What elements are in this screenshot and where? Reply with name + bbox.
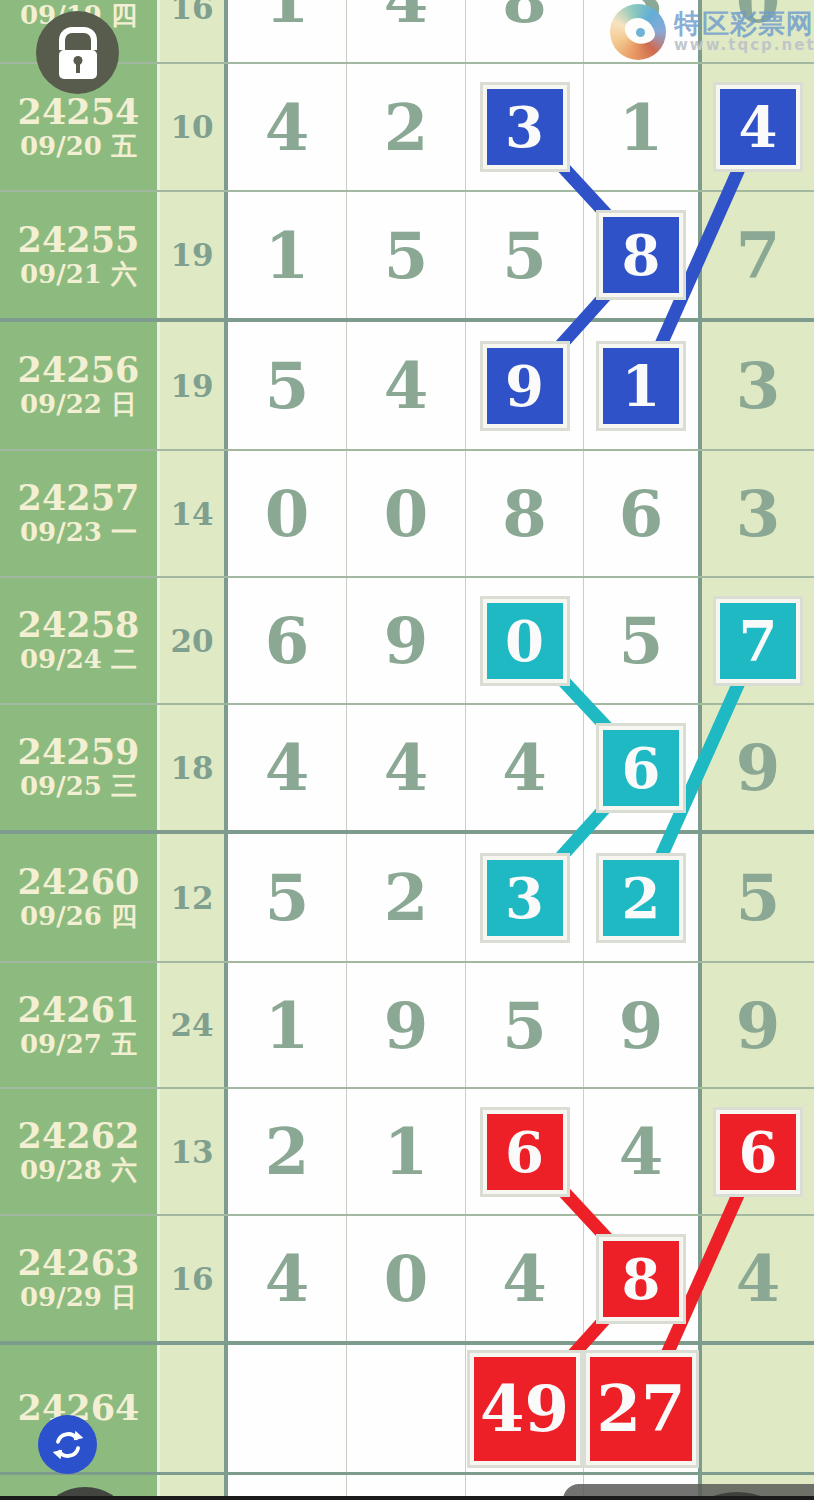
- draw-date: 09/29 日: [20, 1284, 137, 1311]
- digit-cell: 1: [347, 1089, 466, 1214]
- digit-cell-highlighted: 8: [584, 1216, 702, 1341]
- table-row: 24254 09/20 五 10 4 2 3 1 4: [0, 62, 814, 190]
- digit-cell: 9: [702, 705, 814, 830]
- period-cell: 24257 09/23 一: [0, 451, 160, 576]
- sum-cell: 10: [160, 64, 228, 190]
- digit-cell: 9: [347, 578, 466, 703]
- digit-cell: 5: [466, 963, 584, 1087]
- digit-cell-highlighted: 49: [466, 1345, 584, 1472]
- swirl-logo-icon: [610, 4, 666, 60]
- highlight-box: 9: [483, 344, 567, 428]
- draw-date: 09/23 一: [20, 519, 137, 546]
- digit-cell: 4: [466, 705, 584, 830]
- digit-cell: 9: [347, 963, 466, 1087]
- digit-cell: 5: [228, 322, 347, 449]
- refresh-button[interactable]: [38, 1415, 97, 1474]
- digit-cell: 4: [702, 1216, 814, 1341]
- digit-cell-highlighted: 8: [584, 192, 702, 318]
- digit-cell: 4: [228, 705, 347, 830]
- period-cell: 24255 09/21 六: [0, 192, 160, 318]
- table-row: 24264 49 27: [0, 1341, 814, 1472]
- highlight-box: 6: [483, 1110, 567, 1194]
- digit-cell: 0: [347, 1216, 466, 1341]
- highlight-box: 8: [599, 1237, 683, 1321]
- period-cell: 24258 09/24 二: [0, 578, 160, 703]
- draw-number: 24255: [18, 222, 140, 259]
- digit-cell: 5: [584, 578, 702, 703]
- site-url: www.tqcp.net: [674, 38, 814, 54]
- draw-number: 24256: [18, 352, 140, 389]
- draw-number: 24259: [18, 734, 140, 771]
- digit-cell: 1: [228, 192, 347, 318]
- highlight-box: 6: [599, 726, 683, 810]
- sum-cell: 16: [160, 0, 228, 62]
- lock-button[interactable]: [36, 11, 119, 94]
- highlight-box: 3: [483, 85, 567, 169]
- highlight-box: 7: [716, 599, 800, 683]
- digit-cell: 7: [702, 192, 814, 318]
- sum-cell: 20: [160, 578, 228, 703]
- digit-cell: 1: [228, 0, 347, 62]
- table-row: 24255 09/21 六 19 1 5 5 8 7: [0, 190, 814, 318]
- draw-date: 09/22 日: [20, 391, 137, 418]
- draw-number: 24263: [18, 1245, 140, 1282]
- highlight-box: 2: [599, 856, 683, 940]
- digit-cell: [347, 1345, 466, 1472]
- digit-cell-highlighted: 0: [466, 578, 584, 703]
- lottery-trend-chart: 09/19 四 16 1 4 8 3 0 24254 09/20 五 10 4 …: [0, 0, 814, 1500]
- highlight-box: 4: [716, 85, 800, 169]
- digit-cell: 0: [228, 451, 347, 576]
- draw-date: 09/26 四: [20, 903, 137, 930]
- digit-cell: 6: [584, 451, 702, 576]
- period-cell: 24262 09/28 六: [0, 1089, 160, 1214]
- digit-cell: [702, 1345, 814, 1472]
- sum-cell: 24: [160, 963, 228, 1087]
- period-cell: 24260 09/26 四: [0, 834, 160, 961]
- draw-date: 09/28 六: [20, 1157, 137, 1184]
- digit-cell: 2: [347, 64, 466, 190]
- digit-cell: 4: [584, 1089, 702, 1214]
- draw-date: 09/21 六: [20, 261, 137, 288]
- table-row: 24263 09/29 日 16 4 0 4 8 4: [0, 1214, 814, 1341]
- digit-cell: 3: [702, 322, 814, 449]
- draw-number: 24257: [18, 480, 140, 517]
- digit-cell-highlighted: 6: [702, 1089, 814, 1214]
- digit-cell: 8: [466, 0, 584, 62]
- sum-cell: 12: [160, 834, 228, 961]
- highlight-box: 8: [599, 213, 683, 297]
- digit-cell: 4: [347, 322, 466, 449]
- site-name: 特区彩票网: [674, 10, 814, 38]
- draw-number: 24254: [18, 94, 140, 131]
- table-row: 24256 09/22 日 19 5 4 9 1 3: [0, 318, 814, 449]
- digit-cell: 4: [466, 1216, 584, 1341]
- draw-number: 24258: [18, 607, 140, 644]
- digit-cell-highlighted: 9: [466, 322, 584, 449]
- period-cell: 24259 09/25 三: [0, 705, 160, 830]
- digit-cell-highlighted: 6: [466, 1089, 584, 1214]
- highlight-box: 27: [586, 1353, 696, 1465]
- digit-cell-highlighted: 1: [584, 322, 702, 449]
- sum-cell: 19: [160, 322, 228, 449]
- table-row: 24260 09/26 四 12 5 2 3 2 5: [0, 830, 814, 961]
- highlight-box: 1: [599, 344, 683, 428]
- digit-cell-highlighted: 6: [584, 705, 702, 830]
- draw-date: 09/27 五: [20, 1031, 137, 1058]
- digit-cell: 8: [466, 451, 584, 576]
- digit-cell: [228, 1345, 347, 1472]
- digit-cell: 4: [347, 705, 466, 830]
- highlight-box: 49: [470, 1353, 580, 1465]
- highlight-box: 3: [483, 856, 567, 940]
- draw-date: 09/25 三: [20, 773, 137, 800]
- draw-date: 09/24 二: [20, 646, 137, 673]
- lock-icon: [59, 27, 97, 50]
- draw-number: 24262: [18, 1118, 140, 1155]
- digit-cell: 5: [347, 192, 466, 318]
- digit-cell: 0: [347, 451, 466, 576]
- digit-cell: 3: [702, 451, 814, 576]
- sum-cell: 18: [160, 705, 228, 830]
- digit-cell: 5: [702, 834, 814, 961]
- refresh-icon: [50, 1427, 86, 1463]
- digit-cell: 2: [228, 1089, 347, 1214]
- digit-cell-highlighted: 2: [584, 834, 702, 961]
- digit-cell-highlighted: 7: [702, 578, 814, 703]
- digit-cell-highlighted: 27: [584, 1345, 702, 1472]
- table-row: 24258 09/24 二 20 6 9 0 5 7: [0, 576, 814, 703]
- digit-cell: 9: [702, 963, 814, 1087]
- draw-number: 24260: [18, 864, 140, 901]
- sum-cell: 14: [160, 451, 228, 576]
- digit-cell: 4: [347, 0, 466, 62]
- screen-edge: [0, 1496, 814, 1500]
- site-logo: 特区彩票网 www.tqcp.net: [610, 4, 814, 60]
- digit-cell: 9: [584, 963, 702, 1087]
- digit-cell-highlighted: 4: [702, 64, 814, 190]
- digit-cell: 5: [466, 192, 584, 318]
- table-row: 24259 09/25 三 18 4 4 4 6 9: [0, 703, 814, 830]
- highlight-box: 6: [716, 1110, 800, 1194]
- period-cell: 24261 09/27 五: [0, 963, 160, 1087]
- digit-cell: 4: [228, 1216, 347, 1341]
- digit-cell-highlighted: 3: [466, 64, 584, 190]
- sum-cell: 13: [160, 1089, 228, 1214]
- table-row: 24257 09/23 一 14 0 0 8 6 3: [0, 449, 814, 576]
- digit-cell: 5: [228, 834, 347, 961]
- period-cell: 24256 09/22 日: [0, 322, 160, 449]
- digit-cell: 6: [228, 578, 347, 703]
- period-cell: 24263 09/29 日: [0, 1216, 160, 1341]
- digit-cell: 1: [584, 64, 702, 190]
- digit-cell-highlighted: 3: [466, 834, 584, 961]
- sum-cell: 19: [160, 192, 228, 318]
- draw-number: 24261: [18, 992, 140, 1029]
- highlight-box: 0: [483, 599, 567, 683]
- sum-cell: 16: [160, 1216, 228, 1341]
- digit-cell: 1: [228, 963, 347, 1087]
- sum-cell: [160, 1345, 228, 1472]
- table-row: 24261 09/27 五 24 1 9 5 9 9: [0, 961, 814, 1087]
- table-row: 24262 09/28 六 13 2 1 6 4 6: [0, 1087, 814, 1214]
- digit-cell: 4: [228, 64, 347, 190]
- draw-date: 09/20 五: [20, 133, 137, 160]
- digit-cell: 2: [347, 834, 466, 961]
